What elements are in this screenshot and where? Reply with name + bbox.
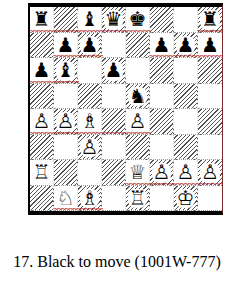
square-e3 [126, 135, 150, 161]
square-f2: ♙ [150, 160, 174, 186]
square-g6 [174, 58, 198, 84]
square-f1 [150, 186, 174, 212]
white-bishop: ♗ [78, 109, 101, 134]
black-pawn: ♟ [198, 33, 222, 58]
square-c6 [78, 58, 102, 84]
black-pawn: ♟ [54, 33, 77, 58]
square-h1 [198, 186, 222, 212]
square-h2: ♙ [198, 160, 222, 186]
square-e8: ♚ [126, 7, 150, 33]
diagram-caption: 17. Black to move (1001W-777) [0, 253, 234, 271]
square-b1: ♘ [54, 186, 78, 212]
chess-diagram-frame: ♜♝♛♚♜♟♟♟♟♟♟♝♟♞♙♙♗♙♙♖♕♙♙♙♘♗♖♔~~~~~~~~~~~~… [28, 3, 223, 215]
square-h7: ♟ [198, 33, 222, 59]
white-bishop: ♗ [78, 186, 101, 211]
square-a5 [30, 84, 54, 110]
square-f5 [150, 84, 174, 110]
white-pawn: ♙ [54, 109, 77, 134]
square-c1: ♗ [78, 186, 102, 212]
square-b5 [54, 84, 78, 110]
square-f8 [150, 7, 174, 33]
square-d3 [102, 135, 126, 161]
square-h8: ♜ [198, 7, 222, 33]
white-pawn: ♙ [174, 160, 197, 185]
square-e7 [126, 33, 150, 59]
black-bishop: ♝ [78, 7, 101, 32]
square-d2 [102, 160, 126, 186]
black-pawn: ♟ [78, 33, 101, 58]
chess-board: ♜♝♛♚♜♟♟♟♟♟♟♝♟♞♙♙♗♙♙♖♕♙♙♙♘♗♖♔~~~~~~~~~~~~… [30, 7, 222, 211]
square-a2: ♖ [30, 160, 54, 186]
square-b6: ♝ [54, 58, 78, 84]
black-pawn: ♟ [150, 33, 173, 58]
square-c2 [78, 160, 102, 186]
white-pawn: ♙ [78, 135, 101, 160]
square-d8: ♛ [102, 7, 126, 33]
square-e4: ♙ [126, 109, 150, 135]
black-pawn: ♟ [174, 33, 197, 58]
square-h6 [198, 58, 222, 84]
square-c7: ♟ [78, 33, 102, 59]
square-a4: ♙ [30, 109, 54, 135]
square-g2: ♙ [174, 160, 198, 186]
black-queen: ♛ [102, 7, 125, 32]
square-g5 [174, 84, 198, 110]
square-a8: ♜ [30, 7, 54, 33]
square-c8: ♝ [78, 7, 102, 33]
square-b2 [54, 160, 78, 186]
square-g1: ♔ [174, 186, 198, 212]
white-pawn: ♙ [30, 109, 53, 134]
square-d1 [102, 186, 126, 212]
square-c5 [78, 84, 102, 110]
square-b7: ♟ [54, 33, 78, 59]
square-e1: ♖ [126, 186, 150, 212]
square-a3 [30, 135, 54, 161]
square-e5: ♞ [126, 84, 150, 110]
white-knight: ♘ [54, 186, 77, 211]
white-king: ♔ [174, 186, 197, 211]
square-e2: ♕ [126, 160, 150, 186]
black-rook: ♜ [30, 7, 53, 32]
square-e6 [126, 58, 150, 84]
square-c4: ♗ [78, 109, 102, 135]
black-pawn: ♟ [102, 58, 125, 83]
white-pawn: ♙ [198, 160, 222, 185]
square-g4 [174, 109, 198, 135]
white-rook: ♖ [126, 186, 149, 211]
square-f3 [150, 135, 174, 161]
white-pawn: ♙ [126, 109, 149, 134]
square-g7: ♟ [174, 33, 198, 59]
black-king: ♚ [126, 7, 149, 32]
square-a1 [30, 186, 54, 212]
square-f6 [150, 58, 174, 84]
square-a6: ♟ [30, 58, 54, 84]
square-b3 [54, 135, 78, 161]
square-g3 [174, 135, 198, 161]
square-h3 [198, 135, 222, 161]
white-pawn: ♙ [150, 160, 173, 185]
square-d6: ♟ [102, 58, 126, 84]
square-g8 [174, 7, 198, 33]
square-h4 [198, 109, 222, 135]
square-b4: ♙ [54, 109, 78, 135]
black-bishop: ♝ [54, 58, 77, 83]
white-queen: ♕ [126, 160, 149, 185]
square-d5 [102, 84, 126, 110]
square-d7 [102, 33, 126, 59]
square-f4 [150, 109, 174, 135]
square-f7: ♟ [150, 33, 174, 59]
square-h5 [198, 84, 222, 110]
black-knight: ♞ [126, 84, 149, 109]
square-c3: ♙ [78, 135, 102, 161]
black-rook: ♜ [198, 7, 222, 32]
square-a7 [30, 33, 54, 59]
square-d4 [102, 109, 126, 135]
black-pawn: ♟ [30, 58, 53, 83]
white-rook: ♖ [30, 160, 53, 185]
square-b8 [54, 7, 78, 33]
